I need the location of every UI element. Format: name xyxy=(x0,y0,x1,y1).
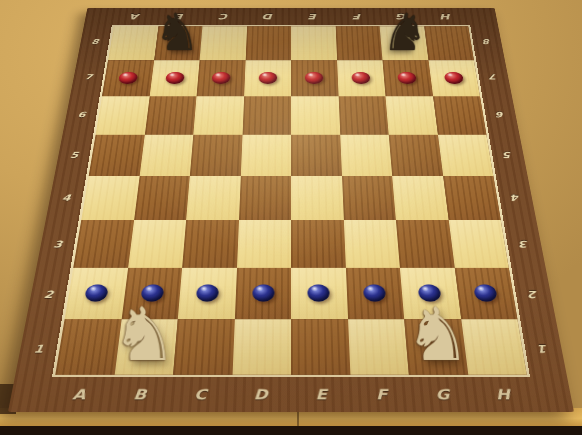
square-b7[interactable] xyxy=(149,60,199,96)
square-d8[interactable] xyxy=(245,26,291,60)
square-f1[interactable] xyxy=(348,319,409,375)
square-d6[interactable] xyxy=(242,96,291,134)
square-d4[interactable] xyxy=(239,176,291,220)
square-a8[interactable] xyxy=(108,26,158,60)
chessboard-photo: ABCDEFGH ABCDEFGH 87654321 87654321 ♞♞♞♞ xyxy=(0,0,582,435)
square-h7[interactable] xyxy=(428,60,480,96)
table-front-edge xyxy=(0,426,582,435)
piece-white-pawn-stone-h2[interactable] xyxy=(473,284,498,301)
square-d5[interactable] xyxy=(240,135,291,176)
square-d1[interactable] xyxy=(232,319,291,375)
piece-white-pawn-stone-a2[interactable] xyxy=(84,284,109,301)
piece-black-knight-g8[interactable]: ♞ xyxy=(382,7,428,58)
piece-white-pawn-stone-c2[interactable] xyxy=(196,284,219,301)
square-h4[interactable] xyxy=(443,176,501,220)
square-b5[interactable] xyxy=(139,135,193,176)
square-f6[interactable] xyxy=(338,96,388,134)
file-label-bottom-f: F xyxy=(351,377,414,412)
square-b1[interactable]: ♞ xyxy=(114,319,178,375)
piece-black-pawn-stone-g7[interactable] xyxy=(397,72,417,84)
piece-black-pawn-stone-b7[interactable] xyxy=(165,72,185,84)
piece-black-pawn-stone-h7[interactable] xyxy=(444,72,464,84)
piece-white-pawn-stone-d2[interactable] xyxy=(252,284,274,301)
square-g3[interactable] xyxy=(396,220,454,268)
square-e5[interactable] xyxy=(291,135,342,176)
piece-black-knight-b8[interactable]: ♞ xyxy=(154,7,200,58)
square-a4[interactable] xyxy=(81,176,139,220)
square-b6[interactable] xyxy=(144,96,196,134)
square-c5[interactable] xyxy=(190,135,242,176)
square-g5[interactable] xyxy=(389,135,443,176)
piece-black-pawn-stone-c7[interactable] xyxy=(212,72,231,84)
square-e8[interactable] xyxy=(291,26,337,60)
square-f3[interactable] xyxy=(343,220,399,268)
square-g7[interactable] xyxy=(382,60,432,96)
square-a3[interactable] xyxy=(73,220,133,268)
piece-white-knight-b1[interactable]: ♞ xyxy=(111,298,177,372)
piece-white-knight-g1[interactable]: ♞ xyxy=(405,298,471,372)
square-c7[interactable] xyxy=(197,60,246,96)
square-e7[interactable] xyxy=(291,60,338,96)
square-e1[interactable] xyxy=(291,319,350,375)
square-e6[interactable] xyxy=(291,96,340,134)
rank-label-right-8: 8 xyxy=(470,25,504,59)
file-label-bottom-g: G xyxy=(411,377,475,412)
square-g8[interactable]: ♞ xyxy=(380,26,429,60)
file-label-bottom-b: B xyxy=(107,377,171,412)
square-d7[interactable] xyxy=(244,60,291,96)
file-label-bottom-a: A xyxy=(46,377,112,412)
piece-white-pawn-stone-f2[interactable] xyxy=(363,284,386,301)
square-b8[interactable]: ♞ xyxy=(154,26,203,60)
square-d2[interactable] xyxy=(234,268,291,319)
file-label-top-d: D xyxy=(246,8,291,25)
square-c6[interactable] xyxy=(193,96,243,134)
square-g6[interactable] xyxy=(385,96,437,134)
file-label-bottom-d: D xyxy=(230,377,291,412)
square-g4[interactable] xyxy=(392,176,448,220)
square-e3[interactable] xyxy=(291,220,345,268)
square-e4[interactable] xyxy=(291,176,343,220)
playing-area: ♞♞♞♞ xyxy=(52,25,530,377)
square-h8[interactable] xyxy=(424,26,474,60)
piece-black-pawn-stone-e7[interactable] xyxy=(305,72,324,84)
square-c3[interactable] xyxy=(182,220,238,268)
square-d3[interactable] xyxy=(237,220,291,268)
square-f2[interactable] xyxy=(345,268,404,319)
square-c1[interactable] xyxy=(173,319,234,375)
file-label-top-e: E xyxy=(291,8,336,25)
file-label-top-f: F xyxy=(335,8,381,25)
square-f8[interactable] xyxy=(335,26,382,60)
square-b4[interactable] xyxy=(134,176,190,220)
square-e2[interactable] xyxy=(291,268,348,319)
file-label-bottom-c: C xyxy=(169,377,232,412)
square-g1[interactable]: ♞ xyxy=(404,319,468,375)
piece-black-pawn-stone-f7[interactable] xyxy=(351,72,370,84)
square-c8[interactable] xyxy=(200,26,247,60)
file-labels-bottom: ABCDEFGH xyxy=(46,377,536,412)
file-label-top-a: A xyxy=(112,8,159,25)
square-f4[interactable] xyxy=(342,176,396,220)
square-c2[interactable] xyxy=(178,268,237,319)
square-b3[interactable] xyxy=(128,220,186,268)
file-label-top-h: H xyxy=(423,8,470,25)
square-f7[interactable] xyxy=(337,60,386,96)
square-a6[interactable] xyxy=(96,96,150,134)
square-h3[interactable] xyxy=(448,220,508,268)
piece-black-pawn-stone-d7[interactable] xyxy=(258,72,277,84)
square-f5[interactable] xyxy=(340,135,392,176)
piece-white-pawn-stone-e2[interactable] xyxy=(308,284,330,301)
square-a7[interactable] xyxy=(102,60,154,96)
piece-black-pawn-stone-a7[interactable] xyxy=(118,72,138,84)
square-c4[interactable] xyxy=(186,176,240,220)
square-h6[interactable] xyxy=(433,96,487,134)
square-h5[interactable] xyxy=(438,135,494,176)
chessboard: ABCDEFGH ABCDEFGH 87654321 87654321 ♞♞♞♞ xyxy=(8,8,574,412)
file-label-bottom-e: E xyxy=(291,377,352,412)
file-label-top-c: C xyxy=(201,8,247,25)
square-a5[interactable] xyxy=(89,135,145,176)
file-label-bottom-h: H xyxy=(470,377,536,412)
